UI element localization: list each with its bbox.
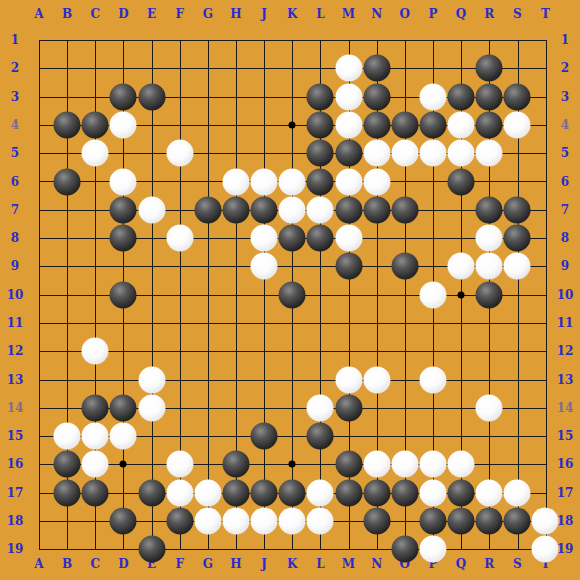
intersection-O14[interactable]: [391, 394, 419, 422]
intersection-S19[interactable]: [503, 535, 531, 563]
intersection-O10[interactable]: [391, 281, 419, 309]
intersection-P2[interactable]: [419, 54, 447, 82]
intersection-Q16[interactable]: [447, 450, 475, 478]
intersection-N6[interactable]: [363, 167, 391, 195]
intersection-R19[interactable]: [475, 535, 503, 563]
intersection-M3[interactable]: [334, 82, 362, 110]
intersection-H19[interactable]: [222, 535, 250, 563]
intersection-N14[interactable]: [363, 394, 391, 422]
intersection-J8[interactable]: [250, 224, 278, 252]
intersection-T6[interactable]: [531, 167, 559, 195]
intersection-G4[interactable]: [194, 111, 222, 139]
intersection-L1[interactable]: [306, 26, 334, 54]
intersection-N5[interactable]: [363, 139, 391, 167]
intersection-G15[interactable]: [194, 422, 222, 450]
intersection-P19[interactable]: [419, 535, 447, 563]
intersection-F11[interactable]: [166, 309, 194, 337]
intersection-D6[interactable]: [109, 167, 137, 195]
intersection-E17[interactable]: [137, 479, 165, 507]
intersection-K19[interactable]: [278, 535, 306, 563]
intersection-P18[interactable]: [419, 507, 447, 535]
intersection-C8[interactable]: [81, 224, 109, 252]
intersection-D2[interactable]: [109, 54, 137, 82]
intersection-E8[interactable]: [137, 224, 165, 252]
intersection-K6[interactable]: [278, 167, 306, 195]
intersection-P7[interactable]: [419, 196, 447, 224]
intersection-M7[interactable]: [334, 196, 362, 224]
intersection-A15[interactable]: [25, 422, 53, 450]
intersection-G8[interactable]: [194, 224, 222, 252]
intersection-T16[interactable]: [531, 450, 559, 478]
intersection-A18[interactable]: [25, 507, 53, 535]
intersection-L11[interactable]: [306, 309, 334, 337]
intersection-T12[interactable]: [531, 337, 559, 365]
intersection-K3[interactable]: [278, 82, 306, 110]
intersection-S15[interactable]: [503, 422, 531, 450]
intersection-A4[interactable]: [25, 111, 53, 139]
intersection-D18[interactable]: [109, 507, 137, 535]
intersection-L7[interactable]: [306, 196, 334, 224]
intersection-A8[interactable]: [25, 224, 53, 252]
intersection-C6[interactable]: [81, 167, 109, 195]
intersection-F10[interactable]: [166, 281, 194, 309]
intersection-S13[interactable]: [503, 365, 531, 393]
intersection-E19[interactable]: [137, 535, 165, 563]
intersection-Q19[interactable]: [447, 535, 475, 563]
intersection-S3[interactable]: [503, 82, 531, 110]
intersection-N3[interactable]: [363, 82, 391, 110]
intersection-F2[interactable]: [166, 54, 194, 82]
intersection-J7[interactable]: [250, 196, 278, 224]
intersection-S17[interactable]: [503, 479, 531, 507]
intersection-G14[interactable]: [194, 394, 222, 422]
intersection-B7[interactable]: [53, 196, 81, 224]
intersection-J3[interactable]: [250, 82, 278, 110]
intersection-K17[interactable]: [278, 479, 306, 507]
intersection-J4[interactable]: [250, 111, 278, 139]
intersection-F5[interactable]: [166, 139, 194, 167]
intersection-K11[interactable]: [278, 309, 306, 337]
intersection-R15[interactable]: [475, 422, 503, 450]
intersection-T14[interactable]: [531, 394, 559, 422]
intersection-J2[interactable]: [250, 54, 278, 82]
intersection-A12[interactable]: [25, 337, 53, 365]
intersection-C1[interactable]: [81, 26, 109, 54]
intersection-E6[interactable]: [137, 167, 165, 195]
intersection-Q13[interactable]: [447, 365, 475, 393]
intersection-N16[interactable]: [363, 450, 391, 478]
intersection-N10[interactable]: [363, 281, 391, 309]
intersection-B4[interactable]: [53, 111, 81, 139]
intersection-D15[interactable]: [109, 422, 137, 450]
intersection-S16[interactable]: [503, 450, 531, 478]
intersection-R3[interactable]: [475, 82, 503, 110]
intersection-C12[interactable]: [81, 337, 109, 365]
intersection-T1[interactable]: [531, 26, 559, 54]
intersection-O19[interactable]: [391, 535, 419, 563]
intersection-G11[interactable]: [194, 309, 222, 337]
intersection-R2[interactable]: [475, 54, 503, 82]
intersection-J18[interactable]: [250, 507, 278, 535]
intersection-F1[interactable]: [166, 26, 194, 54]
intersection-E13[interactable]: [137, 365, 165, 393]
intersection-P17[interactable]: [419, 479, 447, 507]
intersection-Q14[interactable]: [447, 394, 475, 422]
intersection-P15[interactable]: [419, 422, 447, 450]
intersection-M2[interactable]: [334, 54, 362, 82]
intersection-R16[interactable]: [475, 450, 503, 478]
intersection-E18[interactable]: [137, 507, 165, 535]
intersection-K10[interactable]: [278, 281, 306, 309]
intersection-J6[interactable]: [250, 167, 278, 195]
intersection-P6[interactable]: [419, 167, 447, 195]
intersection-L10[interactable]: [306, 281, 334, 309]
intersection-K2[interactable]: [278, 54, 306, 82]
intersection-G6[interactable]: [194, 167, 222, 195]
intersection-N11[interactable]: [363, 309, 391, 337]
intersection-S10[interactable]: [503, 281, 531, 309]
intersection-J10[interactable]: [250, 281, 278, 309]
intersection-H4[interactable]: [222, 111, 250, 139]
intersection-H5[interactable]: [222, 139, 250, 167]
intersection-H10[interactable]: [222, 281, 250, 309]
intersection-Q5[interactable]: [447, 139, 475, 167]
intersection-F13[interactable]: [166, 365, 194, 393]
intersection-O15[interactable]: [391, 422, 419, 450]
intersection-R10[interactable]: [475, 281, 503, 309]
intersection-A6[interactable]: [25, 167, 53, 195]
intersection-K16[interactable]: [278, 450, 306, 478]
intersection-Q18[interactable]: [447, 507, 475, 535]
intersection-D9[interactable]: [109, 252, 137, 280]
intersection-E11[interactable]: [137, 309, 165, 337]
intersection-B9[interactable]: [53, 252, 81, 280]
intersection-E12[interactable]: [137, 337, 165, 365]
intersection-L15[interactable]: [306, 422, 334, 450]
intersection-M17[interactable]: [334, 479, 362, 507]
intersection-E15[interactable]: [137, 422, 165, 450]
intersection-Q6[interactable]: [447, 167, 475, 195]
intersection-T17[interactable]: [531, 479, 559, 507]
intersection-C2[interactable]: [81, 54, 109, 82]
intersection-C3[interactable]: [81, 82, 109, 110]
intersection-O11[interactable]: [391, 309, 419, 337]
intersection-O6[interactable]: [391, 167, 419, 195]
intersection-G17[interactable]: [194, 479, 222, 507]
intersection-M6[interactable]: [334, 167, 362, 195]
intersection-M4[interactable]: [334, 111, 362, 139]
intersection-R5[interactable]: [475, 139, 503, 167]
intersection-K4[interactable]: [278, 111, 306, 139]
intersection-B1[interactable]: [53, 26, 81, 54]
intersection-B16[interactable]: [53, 450, 81, 478]
intersection-F9[interactable]: [166, 252, 194, 280]
intersection-N13[interactable]: [363, 365, 391, 393]
intersection-T13[interactable]: [531, 365, 559, 393]
intersection-K9[interactable]: [278, 252, 306, 280]
intersection-D3[interactable]: [109, 82, 137, 110]
intersection-R8[interactable]: [475, 224, 503, 252]
intersection-B15[interactable]: [53, 422, 81, 450]
intersection-D5[interactable]: [109, 139, 137, 167]
intersection-H15[interactable]: [222, 422, 250, 450]
intersection-E10[interactable]: [137, 281, 165, 309]
intersection-R7[interactable]: [475, 196, 503, 224]
intersection-H16[interactable]: [222, 450, 250, 478]
intersection-O3[interactable]: [391, 82, 419, 110]
intersection-E7[interactable]: [137, 196, 165, 224]
intersection-T9[interactable]: [531, 252, 559, 280]
intersection-A17[interactable]: [25, 479, 53, 507]
intersection-C17[interactable]: [81, 479, 109, 507]
intersection-C14[interactable]: [81, 394, 109, 422]
intersection-L14[interactable]: [306, 394, 334, 422]
intersection-K5[interactable]: [278, 139, 306, 167]
intersection-L17[interactable]: [306, 479, 334, 507]
intersection-G13[interactable]: [194, 365, 222, 393]
intersection-G19[interactable]: [194, 535, 222, 563]
intersection-K1[interactable]: [278, 26, 306, 54]
intersection-F6[interactable]: [166, 167, 194, 195]
intersection-O4[interactable]: [391, 111, 419, 139]
intersection-M14[interactable]: [334, 394, 362, 422]
intersection-S12[interactable]: [503, 337, 531, 365]
intersection-G18[interactable]: [194, 507, 222, 535]
intersection-M9[interactable]: [334, 252, 362, 280]
intersection-G5[interactable]: [194, 139, 222, 167]
intersection-T10[interactable]: [531, 281, 559, 309]
intersection-Q8[interactable]: [447, 224, 475, 252]
intersection-O1[interactable]: [391, 26, 419, 54]
intersection-J12[interactable]: [250, 337, 278, 365]
intersection-R18[interactable]: [475, 507, 503, 535]
intersection-O5[interactable]: [391, 139, 419, 167]
intersection-B11[interactable]: [53, 309, 81, 337]
intersection-Q1[interactable]: [447, 26, 475, 54]
intersection-C11[interactable]: [81, 309, 109, 337]
intersection-Q12[interactable]: [447, 337, 475, 365]
intersection-L3[interactable]: [306, 82, 334, 110]
intersection-M19[interactable]: [334, 535, 362, 563]
intersection-D14[interactable]: [109, 394, 137, 422]
intersection-M12[interactable]: [334, 337, 362, 365]
intersection-T5[interactable]: [531, 139, 559, 167]
intersection-R17[interactable]: [475, 479, 503, 507]
intersection-Q17[interactable]: [447, 479, 475, 507]
intersection-Q11[interactable]: [447, 309, 475, 337]
intersection-B17[interactable]: [53, 479, 81, 507]
intersection-B8[interactable]: [53, 224, 81, 252]
intersection-P14[interactable]: [419, 394, 447, 422]
intersection-A16[interactable]: [25, 450, 53, 478]
intersection-A13[interactable]: [25, 365, 53, 393]
intersection-M1[interactable]: [334, 26, 362, 54]
intersection-L19[interactable]: [306, 535, 334, 563]
intersection-R1[interactable]: [475, 26, 503, 54]
intersection-H13[interactable]: [222, 365, 250, 393]
intersection-J1[interactable]: [250, 26, 278, 54]
intersection-M13[interactable]: [334, 365, 362, 393]
intersection-B14[interactable]: [53, 394, 81, 422]
intersection-D8[interactable]: [109, 224, 137, 252]
intersection-Q15[interactable]: [447, 422, 475, 450]
intersection-P3[interactable]: [419, 82, 447, 110]
intersection-F19[interactable]: [166, 535, 194, 563]
intersection-P12[interactable]: [419, 337, 447, 365]
intersection-E14[interactable]: [137, 394, 165, 422]
intersection-R4[interactable]: [475, 111, 503, 139]
intersection-H7[interactable]: [222, 196, 250, 224]
intersection-Q10[interactable]: [447, 281, 475, 309]
intersection-E4[interactable]: [137, 111, 165, 139]
intersection-N8[interactable]: [363, 224, 391, 252]
intersection-O2[interactable]: [391, 54, 419, 82]
intersection-O17[interactable]: [391, 479, 419, 507]
intersection-F3[interactable]: [166, 82, 194, 110]
intersection-F8[interactable]: [166, 224, 194, 252]
intersection-S11[interactable]: [503, 309, 531, 337]
intersection-D19[interactable]: [109, 535, 137, 563]
intersection-D12[interactable]: [109, 337, 137, 365]
intersection-G10[interactable]: [194, 281, 222, 309]
intersection-O18[interactable]: [391, 507, 419, 535]
intersection-J14[interactable]: [250, 394, 278, 422]
intersection-N19[interactable]: [363, 535, 391, 563]
intersection-A7[interactable]: [25, 196, 53, 224]
intersection-L12[interactable]: [306, 337, 334, 365]
intersection-T19[interactable]: [531, 535, 559, 563]
intersection-F14[interactable]: [166, 394, 194, 422]
intersection-Q7[interactable]: [447, 196, 475, 224]
intersection-D11[interactable]: [109, 309, 137, 337]
intersection-O8[interactable]: [391, 224, 419, 252]
intersection-T8[interactable]: [531, 224, 559, 252]
intersection-L18[interactable]: [306, 507, 334, 535]
intersection-S8[interactable]: [503, 224, 531, 252]
intersection-J13[interactable]: [250, 365, 278, 393]
intersection-B5[interactable]: [53, 139, 81, 167]
intersection-O13[interactable]: [391, 365, 419, 393]
intersection-S7[interactable]: [503, 196, 531, 224]
intersection-C18[interactable]: [81, 507, 109, 535]
intersection-P4[interactable]: [419, 111, 447, 139]
intersection-F18[interactable]: [166, 507, 194, 535]
intersection-L8[interactable]: [306, 224, 334, 252]
intersection-Q9[interactable]: [447, 252, 475, 280]
intersection-P9[interactable]: [419, 252, 447, 280]
intersection-N17[interactable]: [363, 479, 391, 507]
intersection-K14[interactable]: [278, 394, 306, 422]
intersection-O9[interactable]: [391, 252, 419, 280]
intersection-N7[interactable]: [363, 196, 391, 224]
intersection-D1[interactable]: [109, 26, 137, 54]
intersection-N9[interactable]: [363, 252, 391, 280]
intersection-R12[interactable]: [475, 337, 503, 365]
intersection-H9[interactable]: [222, 252, 250, 280]
intersection-B3[interactable]: [53, 82, 81, 110]
intersection-J15[interactable]: [250, 422, 278, 450]
intersection-A1[interactable]: [25, 26, 53, 54]
intersection-Q4[interactable]: [447, 111, 475, 139]
intersection-P10[interactable]: [419, 281, 447, 309]
intersection-D16[interactable]: [109, 450, 137, 478]
intersection-M15[interactable]: [334, 422, 362, 450]
intersection-A9[interactable]: [25, 252, 53, 280]
intersection-J17[interactable]: [250, 479, 278, 507]
intersection-C5[interactable]: [81, 139, 109, 167]
intersection-E5[interactable]: [137, 139, 165, 167]
intersection-H3[interactable]: [222, 82, 250, 110]
intersection-F17[interactable]: [166, 479, 194, 507]
intersection-E1[interactable]: [137, 26, 165, 54]
intersection-S14[interactable]: [503, 394, 531, 422]
intersection-E9[interactable]: [137, 252, 165, 280]
intersection-F4[interactable]: [166, 111, 194, 139]
intersection-D4[interactable]: [109, 111, 137, 139]
intersection-S18[interactable]: [503, 507, 531, 535]
intersection-S1[interactable]: [503, 26, 531, 54]
intersection-A19[interactable]: [25, 535, 53, 563]
intersection-C10[interactable]: [81, 281, 109, 309]
intersection-K18[interactable]: [278, 507, 306, 535]
intersection-A3[interactable]: [25, 82, 53, 110]
intersection-R14[interactable]: [475, 394, 503, 422]
intersection-L9[interactable]: [306, 252, 334, 280]
intersection-G16[interactable]: [194, 450, 222, 478]
intersection-B12[interactable]: [53, 337, 81, 365]
intersection-J19[interactable]: [250, 535, 278, 563]
intersection-C16[interactable]: [81, 450, 109, 478]
intersection-K13[interactable]: [278, 365, 306, 393]
intersection-D7[interactable]: [109, 196, 137, 224]
intersection-B2[interactable]: [53, 54, 81, 82]
intersection-S2[interactable]: [503, 54, 531, 82]
intersection-R13[interactable]: [475, 365, 503, 393]
intersection-C9[interactable]: [81, 252, 109, 280]
intersection-M11[interactable]: [334, 309, 362, 337]
intersection-T2[interactable]: [531, 54, 559, 82]
intersection-A14[interactable]: [25, 394, 53, 422]
intersection-P1[interactable]: [419, 26, 447, 54]
intersection-O7[interactable]: [391, 196, 419, 224]
intersection-C19[interactable]: [81, 535, 109, 563]
intersection-M18[interactable]: [334, 507, 362, 535]
intersection-H8[interactable]: [222, 224, 250, 252]
intersection-L16[interactable]: [306, 450, 334, 478]
intersection-B6[interactable]: [53, 167, 81, 195]
intersection-N15[interactable]: [363, 422, 391, 450]
intersection-F7[interactable]: [166, 196, 194, 224]
intersection-P8[interactable]: [419, 224, 447, 252]
intersection-S5[interactable]: [503, 139, 531, 167]
intersection-G9[interactable]: [194, 252, 222, 280]
intersection-B19[interactable]: [53, 535, 81, 563]
intersection-J9[interactable]: [250, 252, 278, 280]
intersection-P5[interactable]: [419, 139, 447, 167]
intersection-A11[interactable]: [25, 309, 53, 337]
intersection-J5[interactable]: [250, 139, 278, 167]
intersection-H2[interactable]: [222, 54, 250, 82]
intersection-L13[interactable]: [306, 365, 334, 393]
intersection-L2[interactable]: [306, 54, 334, 82]
intersection-A2[interactable]: [25, 54, 53, 82]
intersection-N1[interactable]: [363, 26, 391, 54]
intersection-H18[interactable]: [222, 507, 250, 535]
intersection-C15[interactable]: [81, 422, 109, 450]
intersection-D17[interactable]: [109, 479, 137, 507]
intersection-M10[interactable]: [334, 281, 362, 309]
intersection-D13[interactable]: [109, 365, 137, 393]
